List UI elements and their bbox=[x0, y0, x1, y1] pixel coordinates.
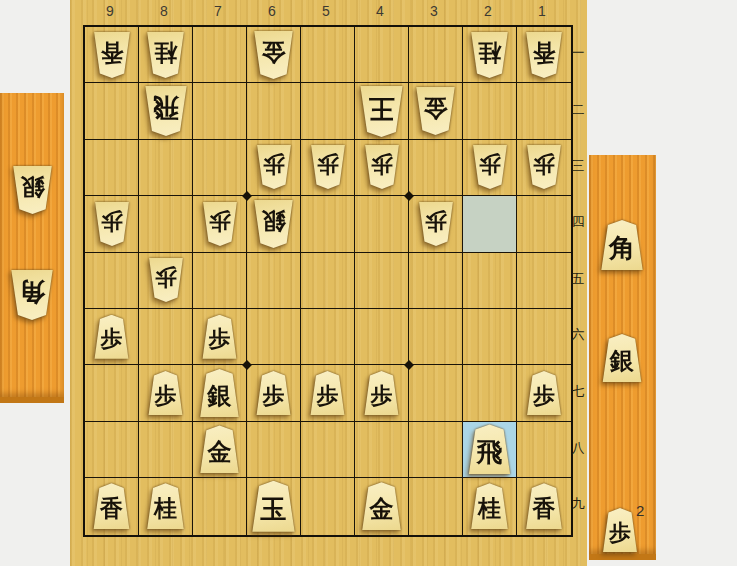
square-56[interactable] bbox=[301, 309, 355, 365]
square-45[interactable] bbox=[355, 253, 409, 309]
gote-piece-pawn-85[interactable]: 歩 bbox=[148, 258, 184, 302]
square-11[interactable]: 香 bbox=[517, 27, 571, 83]
sente-piece-silver-inhand[interactable]: 銀 bbox=[602, 334, 643, 382]
silver-glyph: 銀 bbox=[12, 166, 53, 214]
gote-piece-pawn-23[interactable]: 歩 bbox=[472, 145, 508, 189]
square-64[interactable]: 銀 bbox=[247, 196, 301, 252]
file-labels: 987654321 bbox=[83, 3, 573, 19]
rank-label-2: 二 bbox=[570, 81, 586, 137]
silver-glyph: 銀 bbox=[253, 200, 294, 248]
file-label-9: 9 bbox=[83, 3, 137, 19]
gote-hand-silver[interactable]: 銀 bbox=[12, 166, 53, 214]
gote-piece-pawn-53[interactable]: 歩 bbox=[310, 145, 346, 189]
square-99[interactable]: 香 bbox=[85, 478, 139, 534]
rook-glyph: 飛 bbox=[144, 86, 188, 136]
square-78[interactable]: 金 bbox=[193, 422, 247, 478]
square-38[interactable] bbox=[409, 422, 463, 478]
rank-labels: 一二三四五六七八九 bbox=[570, 25, 586, 533]
file-label-5: 5 bbox=[299, 3, 353, 19]
pawn-glyph: 歩 bbox=[94, 202, 130, 246]
square-36[interactable] bbox=[409, 309, 463, 365]
sente-piece-knight-29[interactable]: 桂 bbox=[470, 483, 509, 529]
square-89[interactable]: 桂 bbox=[139, 478, 193, 534]
gote-piece-pawn-74[interactable]: 歩 bbox=[202, 202, 238, 246]
square-26[interactable] bbox=[463, 309, 517, 365]
sente-piece-gold-78[interactable]: 金 bbox=[199, 425, 240, 473]
gote-piece-silver-inhand[interactable]: 銀 bbox=[12, 166, 53, 214]
gote-piece-pawn-43[interactable]: 歩 bbox=[364, 145, 400, 189]
square-58[interactable] bbox=[301, 422, 355, 478]
king-glyph: 王 bbox=[359, 86, 404, 137]
sente-piece-bishop-inhand[interactable]: 角 bbox=[600, 220, 644, 270]
square-31[interactable] bbox=[409, 27, 463, 83]
square-43[interactable]: 歩 bbox=[355, 140, 409, 196]
gold-glyph: 金 bbox=[415, 87, 456, 135]
rank-label-9: 九 bbox=[570, 476, 586, 532]
square-74[interactable]: 歩 bbox=[193, 196, 247, 252]
sente-piece-pawn-67[interactable]: 歩 bbox=[256, 371, 292, 415]
lance-glyph: 香 bbox=[93, 32, 131, 78]
lance-glyph: 香 bbox=[93, 483, 131, 529]
sente-piece-rook-28[interactable]: 飛 bbox=[468, 424, 512, 474]
sente-piece-lance-19[interactable]: 香 bbox=[525, 483, 563, 529]
gote-hand-bishop[interactable]: 角 bbox=[10, 270, 54, 320]
square-82[interactable]: 飛 bbox=[139, 83, 193, 139]
square-27[interactable] bbox=[463, 365, 517, 421]
square-66[interactable] bbox=[247, 309, 301, 365]
sente-hand-pawn[interactable]: 歩 bbox=[602, 508, 638, 552]
square-71[interactable] bbox=[193, 27, 247, 83]
sente-hand-tray: 角銀歩2 bbox=[589, 155, 656, 560]
square-41[interactable] bbox=[355, 27, 409, 83]
file-label-8: 8 bbox=[137, 3, 191, 19]
bishop-glyph: 角 bbox=[10, 270, 54, 320]
square-94[interactable]: 歩 bbox=[85, 196, 139, 252]
square-46[interactable] bbox=[355, 309, 409, 365]
gote-piece-silver-64[interactable]: 銀 bbox=[253, 200, 294, 248]
sente-piece-silver-77[interactable]: 銀 bbox=[199, 369, 240, 417]
pawn-glyph: 歩 bbox=[310, 145, 346, 189]
square-68[interactable] bbox=[247, 422, 301, 478]
square-85[interactable]: 歩 bbox=[139, 253, 193, 309]
bishop-glyph: 角 bbox=[600, 220, 644, 270]
pawn-glyph: 歩 bbox=[202, 315, 238, 359]
sente-piece-pawn-87[interactable]: 歩 bbox=[148, 371, 184, 415]
silver-glyph: 銀 bbox=[602, 334, 643, 382]
square-15[interactable] bbox=[517, 253, 571, 309]
square-53[interactable]: 歩 bbox=[301, 140, 355, 196]
square-63[interactable]: 歩 bbox=[247, 140, 301, 196]
knight-glyph: 桂 bbox=[146, 483, 185, 529]
rank-label-3: 三 bbox=[570, 138, 586, 194]
gote-piece-king-42[interactable]: 王 bbox=[359, 86, 404, 137]
gold-glyph: 金 bbox=[253, 31, 294, 79]
square-52[interactable] bbox=[301, 83, 355, 139]
square-16[interactable] bbox=[517, 309, 571, 365]
rank-label-4: 四 bbox=[570, 194, 586, 250]
square-72[interactable] bbox=[193, 83, 247, 139]
pawn-glyph: 歩 bbox=[148, 371, 184, 415]
pawn-glyph: 歩 bbox=[256, 145, 292, 189]
square-98[interactable] bbox=[85, 422, 139, 478]
gote-piece-pawn-34[interactable]: 歩 bbox=[418, 202, 454, 246]
gote-hand-tray: 銀角 bbox=[0, 93, 64, 403]
square-51[interactable] bbox=[301, 27, 355, 83]
pawn-glyph: 歩 bbox=[364, 371, 400, 415]
square-91[interactable]: 香 bbox=[85, 27, 139, 83]
square-54[interactable] bbox=[301, 196, 355, 252]
gote-piece-lance-11[interactable]: 香 bbox=[525, 32, 563, 78]
rank-label-6: 六 bbox=[570, 307, 586, 363]
square-93[interactable] bbox=[85, 140, 139, 196]
gote-piece-bishop-inhand[interactable]: 角 bbox=[10, 270, 54, 320]
square-76[interactable]: 歩 bbox=[193, 309, 247, 365]
pawn-glyph: 歩 bbox=[526, 145, 562, 189]
square-22[interactable] bbox=[463, 83, 517, 139]
square-48[interactable] bbox=[355, 422, 409, 478]
rank-label-5: 五 bbox=[570, 251, 586, 307]
rook-glyph: 飛 bbox=[468, 424, 512, 474]
gote-piece-lance-91[interactable]: 香 bbox=[93, 32, 131, 78]
square-88[interactable] bbox=[139, 422, 193, 478]
square-97[interactable] bbox=[85, 365, 139, 421]
square-55[interactable] bbox=[301, 253, 355, 309]
square-25[interactable] bbox=[463, 253, 517, 309]
square-86[interactable] bbox=[139, 309, 193, 365]
square-77[interactable]: 銀 bbox=[193, 365, 247, 421]
sente-piece-king-69[interactable]: 玉 bbox=[251, 481, 296, 532]
square-67[interactable]: 歩 bbox=[247, 365, 301, 421]
board-grid: 香桂金桂香飛王金歩歩歩歩歩歩歩銀歩歩歩歩歩銀歩歩歩歩金飛香桂玉金桂香 bbox=[83, 25, 573, 537]
square-19[interactable]: 香 bbox=[517, 478, 571, 534]
gold-glyph: 金 bbox=[361, 482, 402, 530]
knight-glyph: 桂 bbox=[470, 483, 509, 529]
sente-hand-bishop[interactable]: 角 bbox=[600, 220, 644, 270]
square-35[interactable] bbox=[409, 253, 463, 309]
file-label-6: 6 bbox=[245, 3, 299, 19]
gote-piece-rook-82[interactable]: 飛 bbox=[144, 86, 188, 136]
gote-piece-pawn-13[interactable]: 歩 bbox=[526, 145, 562, 189]
square-69[interactable]: 玉 bbox=[247, 478, 301, 534]
file-label-2: 2 bbox=[461, 3, 515, 19]
square-18[interactable] bbox=[517, 422, 571, 478]
silver-glyph: 銀 bbox=[199, 369, 240, 417]
sente-piece-pawn-96[interactable]: 歩 bbox=[94, 315, 130, 359]
square-23[interactable]: 歩 bbox=[463, 140, 517, 196]
sente-piece-pawn-17[interactable]: 歩 bbox=[526, 371, 562, 415]
square-73[interactable] bbox=[193, 140, 247, 196]
sente-piece-pawn-57[interactable]: 歩 bbox=[310, 371, 346, 415]
gote-piece-knight-81[interactable]: 桂 bbox=[146, 32, 185, 78]
square-44[interactable] bbox=[355, 196, 409, 252]
gote-piece-gold-32[interactable]: 金 bbox=[415, 87, 456, 135]
square-33[interactable] bbox=[409, 140, 463, 196]
shogi-app: 銀角 987654321 香桂金桂香飛王金歩歩歩歩歩歩歩銀歩歩歩歩歩銀歩歩歩歩金… bbox=[0, 0, 737, 566]
rank-label-7: 七 bbox=[570, 363, 586, 419]
square-13[interactable]: 歩 bbox=[517, 140, 571, 196]
square-32[interactable]: 金 bbox=[409, 83, 463, 139]
square-24[interactable] bbox=[463, 196, 517, 252]
gote-piece-gold-61[interactable]: 金 bbox=[253, 31, 294, 79]
square-95[interactable] bbox=[85, 253, 139, 309]
square-28[interactable]: 飛 bbox=[463, 422, 517, 478]
pawn-glyph: 歩 bbox=[472, 145, 508, 189]
pawn-glyph: 歩 bbox=[202, 202, 238, 246]
square-62[interactable] bbox=[247, 83, 301, 139]
pawn-glyph: 歩 bbox=[602, 508, 638, 552]
gold-glyph: 金 bbox=[199, 425, 240, 473]
square-75[interactable] bbox=[193, 253, 247, 309]
square-17[interactable]: 歩 bbox=[517, 365, 571, 421]
pawn-glyph: 歩 bbox=[310, 371, 346, 415]
square-21[interactable]: 桂 bbox=[463, 27, 517, 83]
square-39[interactable] bbox=[409, 478, 463, 534]
square-34[interactable]: 歩 bbox=[409, 196, 463, 252]
gote-piece-pawn-94[interactable]: 歩 bbox=[94, 202, 130, 246]
square-61[interactable]: 金 bbox=[247, 27, 301, 83]
square-59[interactable] bbox=[301, 478, 355, 534]
sente-piece-gold-49[interactable]: 金 bbox=[361, 482, 402, 530]
sente-piece-lance-99[interactable]: 香 bbox=[93, 483, 131, 529]
file-label-4: 4 bbox=[353, 3, 407, 19]
lance-glyph: 香 bbox=[525, 32, 563, 78]
square-65[interactable] bbox=[247, 253, 301, 309]
sente-piece-knight-89[interactable]: 桂 bbox=[146, 483, 185, 529]
square-47[interactable]: 歩 bbox=[355, 365, 409, 421]
rank-label-1: 一 bbox=[570, 25, 586, 81]
pawn-glyph: 歩 bbox=[256, 371, 292, 415]
knight-glyph: 桂 bbox=[470, 32, 509, 78]
square-57[interactable]: 歩 bbox=[301, 365, 355, 421]
pawn-glyph: 歩 bbox=[94, 315, 130, 359]
pawn-glyph: 歩 bbox=[148, 258, 184, 302]
square-79[interactable] bbox=[193, 478, 247, 534]
rank-label-8: 八 bbox=[570, 420, 586, 476]
knight-glyph: 桂 bbox=[146, 32, 185, 78]
square-81[interactable]: 桂 bbox=[139, 27, 193, 83]
pawn-glyph: 歩 bbox=[418, 202, 454, 246]
gote-piece-pawn-63[interactable]: 歩 bbox=[256, 145, 292, 189]
file-label-7: 7 bbox=[191, 3, 245, 19]
sente-piece-pawn-47[interactable]: 歩 bbox=[364, 371, 400, 415]
square-29[interactable]: 桂 bbox=[463, 478, 517, 534]
pawn-glyph: 歩 bbox=[526, 371, 562, 415]
square-37[interactable] bbox=[409, 365, 463, 421]
square-14[interactable] bbox=[517, 196, 571, 252]
square-12[interactable] bbox=[517, 83, 571, 139]
square-42[interactable]: 王 bbox=[355, 83, 409, 139]
pawn-glyph: 歩 bbox=[364, 145, 400, 189]
shogi-board: 987654321 香桂金桂香飛王金歩歩歩歩歩歩歩銀歩歩歩歩歩銀歩歩歩歩金飛香桂… bbox=[70, 0, 587, 566]
sente-piece-pawn-inhand[interactable]: 歩 bbox=[602, 508, 638, 552]
square-49[interactable]: 金 bbox=[355, 478, 409, 534]
sente-piece-pawn-76[interactable]: 歩 bbox=[202, 315, 238, 359]
square-87[interactable]: 歩 bbox=[139, 365, 193, 421]
sente-hand-silver[interactable]: 銀 bbox=[602, 334, 643, 382]
square-92[interactable] bbox=[85, 83, 139, 139]
square-83[interactable] bbox=[139, 140, 193, 196]
file-label-3: 3 bbox=[407, 3, 461, 19]
square-96[interactable]: 歩 bbox=[85, 309, 139, 365]
gote-piece-knight-21[interactable]: 桂 bbox=[470, 32, 509, 78]
square-84[interactable] bbox=[139, 196, 193, 252]
lance-glyph: 香 bbox=[525, 483, 563, 529]
file-label-1: 1 bbox=[515, 3, 569, 19]
sente-hand-pawn-count: 2 bbox=[636, 502, 644, 519]
king-glyph: 玉 bbox=[251, 481, 296, 532]
